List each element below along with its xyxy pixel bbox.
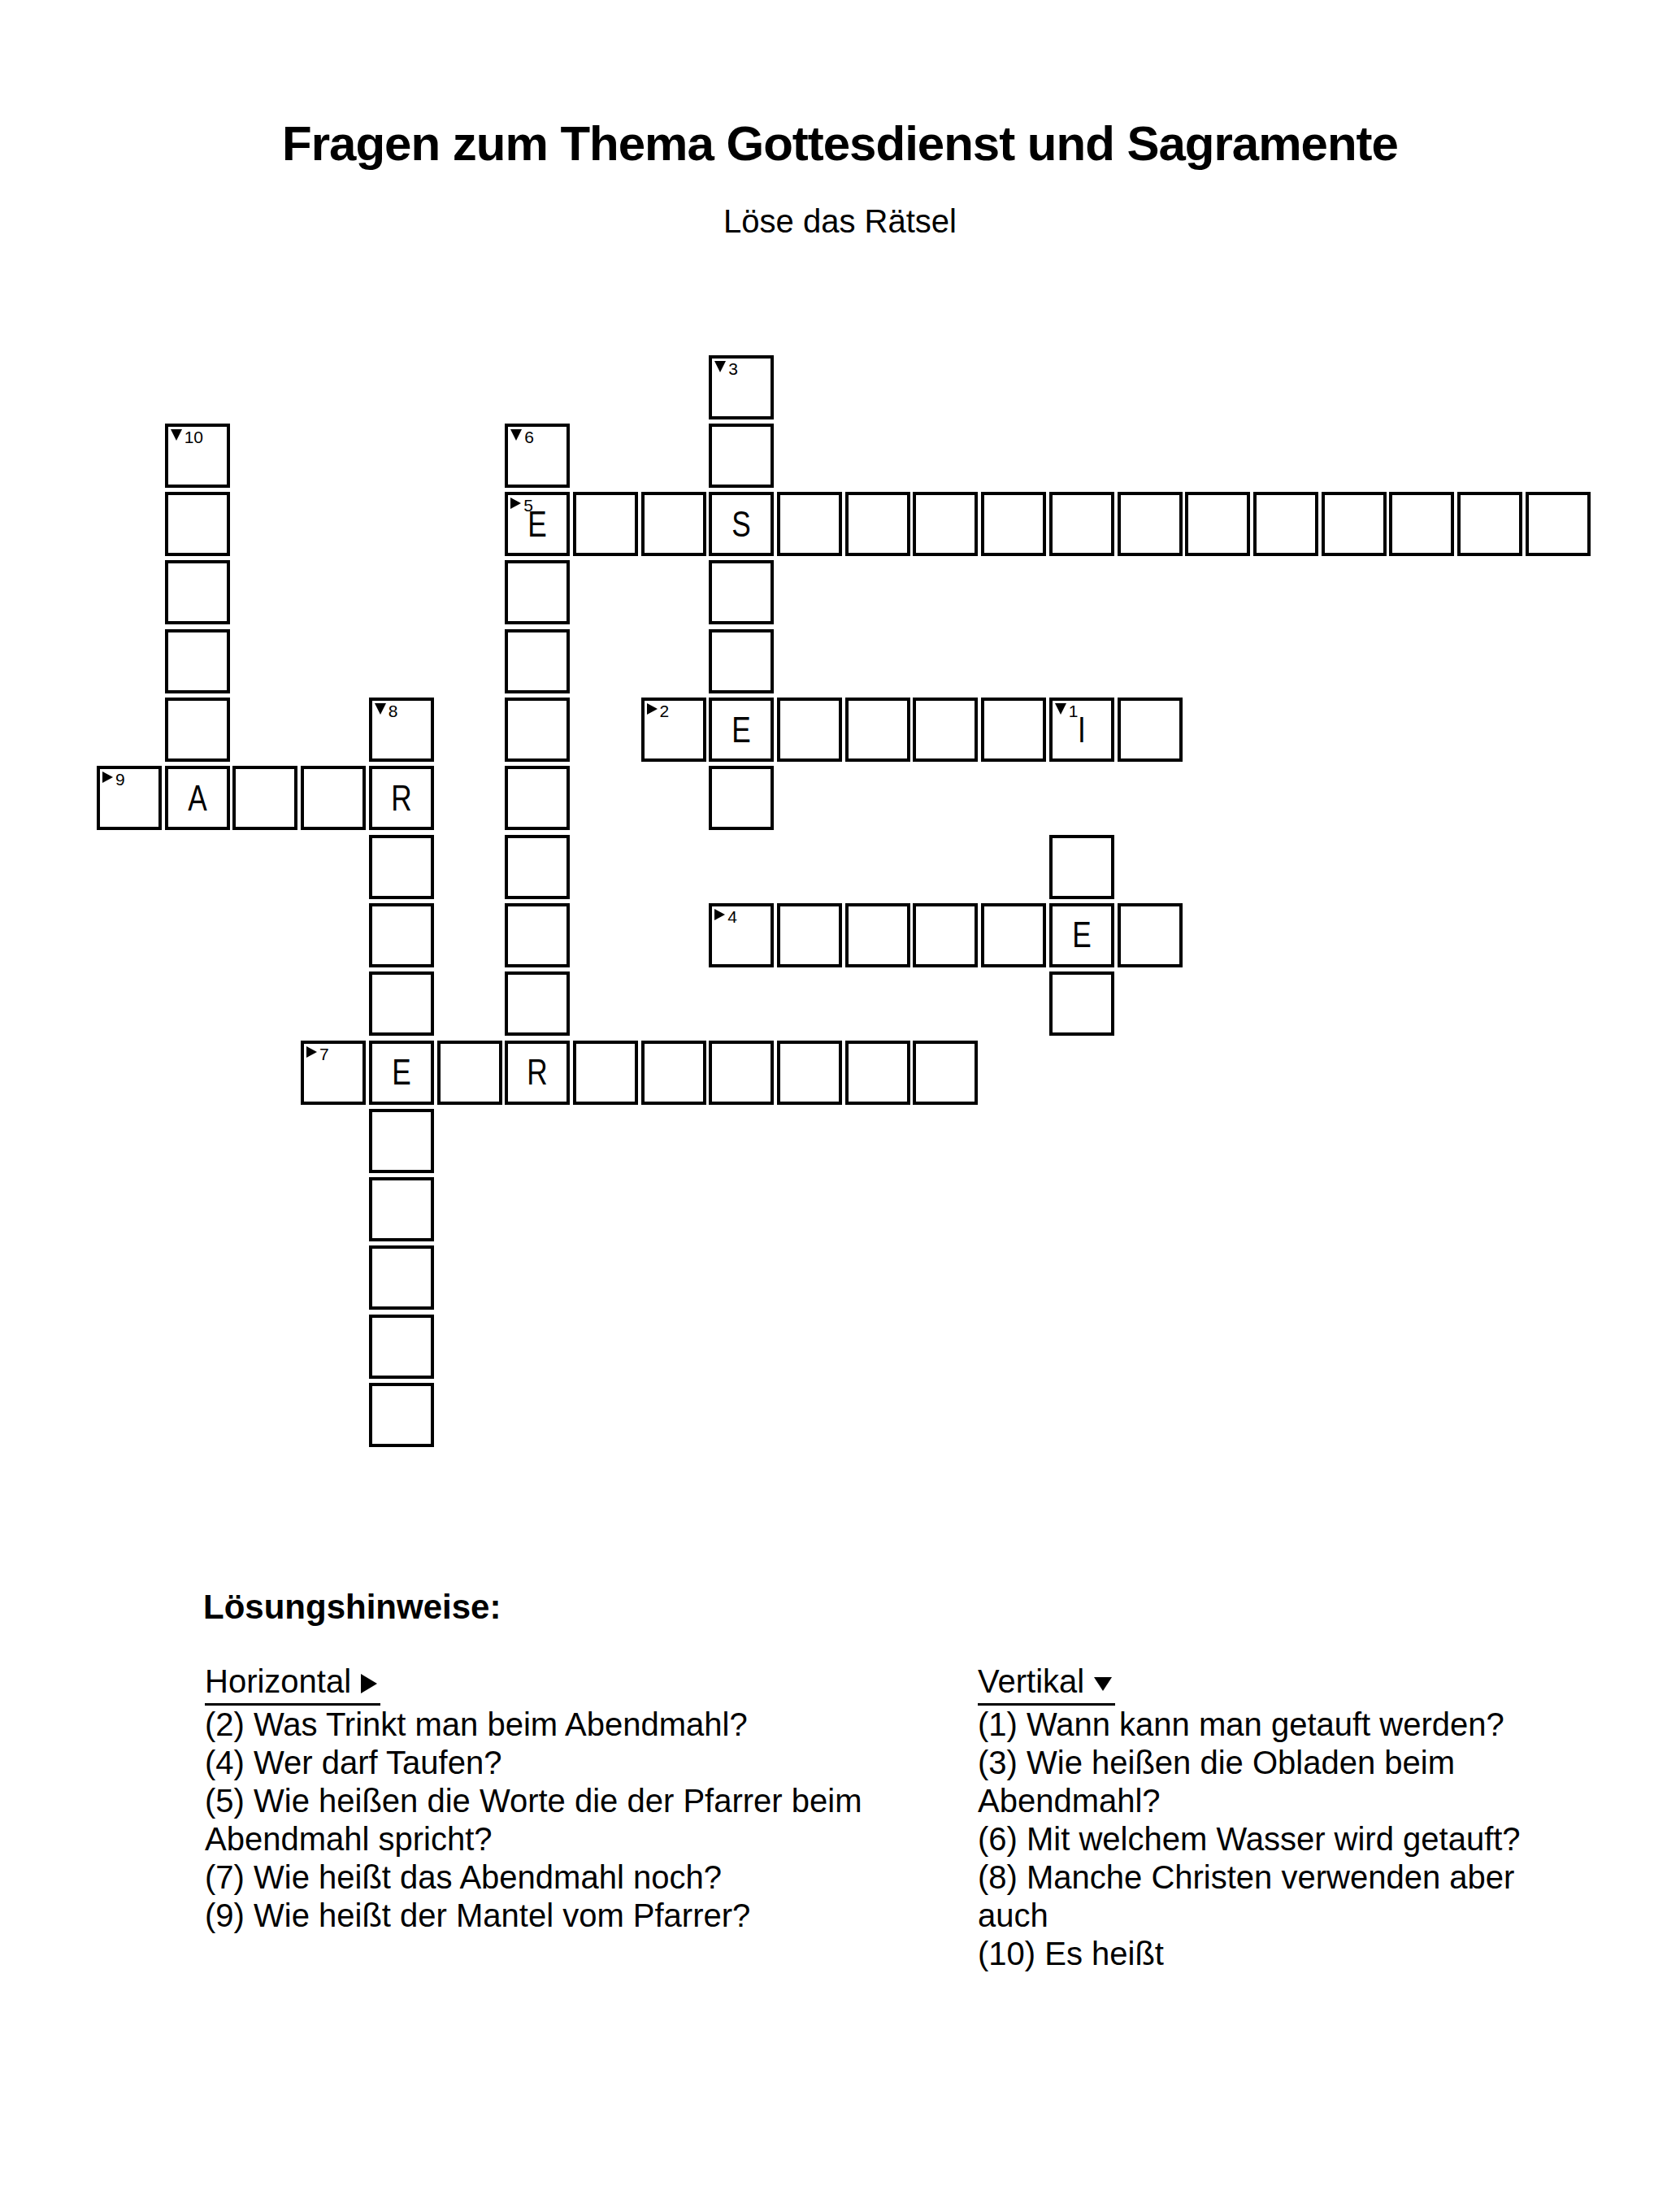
- grid-cell[interactable]: [913, 698, 978, 762]
- clue-line: Abendmahl?: [978, 1782, 1521, 1820]
- grid-cell[interactable]: S: [709, 492, 774, 556]
- grid-cell[interactable]: [1049, 971, 1114, 1036]
- grid-cell[interactable]: [369, 1177, 434, 1241]
- right-arrow-icon: [647, 703, 658, 715]
- clue-line: (1) Wann kann man getauft werden?: [978, 1706, 1521, 1744]
- down-arrow-icon: [714, 361, 726, 372]
- grid-cell[interactable]: [505, 766, 570, 830]
- grid-cell[interactable]: [301, 766, 366, 830]
- clue-number-text: 8: [389, 702, 398, 719]
- cell-letter: R: [378, 769, 425, 827]
- cell-letter: E: [378, 1044, 425, 1102]
- grid-cell[interactable]: [845, 903, 910, 967]
- grid-cell[interactable]: [1049, 835, 1114, 899]
- grid-cell[interactable]: [165, 560, 230, 624]
- grid-cell[interactable]: [165, 698, 230, 762]
- grid-cell[interactable]: 1I: [1049, 698, 1114, 762]
- clue-number-text: 2: [660, 702, 670, 719]
- grid-cell[interactable]: [1389, 492, 1454, 556]
- grid-cell[interactable]: [437, 1041, 502, 1105]
- grid-cell[interactable]: 4: [709, 903, 774, 967]
- grid-cell[interactable]: [369, 835, 434, 899]
- right-arrow-icon: [361, 1674, 377, 1693]
- down-arrow-icon: [375, 703, 386, 715]
- grid-cell[interactable]: [845, 492, 910, 556]
- grid-cell[interactable]: 6: [505, 424, 570, 488]
- right-arrow-icon: [306, 1046, 317, 1058]
- grid-cell[interactable]: E: [709, 698, 774, 762]
- grid-cell[interactable]: [505, 698, 570, 762]
- cell-clue-number: 3: [714, 360, 738, 377]
- grid-cell[interactable]: [369, 903, 434, 967]
- cell-letter: E: [1058, 906, 1105, 964]
- grid-cell[interactable]: [369, 1315, 434, 1379]
- cell-letter: E: [718, 701, 765, 758]
- down-arrow-icon: [171, 429, 182, 441]
- down-heading: Vertikal: [978, 1663, 1115, 1706]
- grid-cell[interactable]: [573, 1041, 638, 1105]
- grid-cell[interactable]: [1457, 492, 1522, 556]
- grid-cell[interactable]: [232, 766, 297, 830]
- clue-number-text: 10: [184, 428, 203, 446]
- grid-cell[interactable]: [777, 1041, 842, 1105]
- grid-cell[interactable]: [165, 629, 230, 693]
- clue-number-text: 3: [728, 360, 738, 377]
- clue-line: auch: [978, 1897, 1521, 1935]
- grid-cell[interactable]: [1118, 698, 1183, 762]
- cell-clue-number: 9: [102, 771, 125, 788]
- grid-cell[interactable]: [505, 971, 570, 1036]
- clue-line: (7) Wie heißt das Abendmahl noch?: [205, 1858, 862, 1897]
- grid-cell[interactable]: [709, 424, 774, 488]
- down-arrow-icon: [510, 429, 522, 441]
- grid-cell[interactable]: [165, 492, 230, 556]
- grid-cell[interactable]: [845, 698, 910, 762]
- grid-cell[interactable]: 9: [97, 766, 162, 830]
- grid-cell[interactable]: [981, 698, 1046, 762]
- cell-letter: R: [514, 1044, 561, 1102]
- across-heading: Horizontal: [205, 1663, 380, 1706]
- grid-cell[interactable]: [573, 492, 638, 556]
- grid-cell[interactable]: [1322, 492, 1387, 556]
- grid-cell[interactable]: [1118, 903, 1183, 967]
- across-heading-label: Horizontal: [205, 1663, 351, 1699]
- clue-number-text: 4: [727, 908, 737, 925]
- down-arrow-icon: [1094, 1677, 1112, 1691]
- grid-cell[interactable]: [1118, 492, 1183, 556]
- grid-cell[interactable]: 2: [641, 698, 706, 762]
- grid-cell[interactable]: [845, 1041, 910, 1105]
- down-heading-label: Vertikal: [978, 1663, 1084, 1699]
- grid-cell[interactable]: [709, 766, 774, 830]
- clue-line: (3) Wie heißen die Obladen beim: [978, 1744, 1521, 1782]
- grid-cell[interactable]: [709, 629, 774, 693]
- grid-cell[interactable]: [505, 629, 570, 693]
- grid-cell[interactable]: R: [369, 766, 434, 830]
- grid-cell[interactable]: 3: [709, 355, 774, 419]
- grid-cell[interactable]: [709, 560, 774, 624]
- grid-cell[interactable]: [641, 492, 706, 556]
- grid-cell[interactable]: 8: [369, 698, 434, 762]
- clue-line: (4) Wer darf Taufen?: [205, 1744, 862, 1782]
- right-arrow-icon: [102, 772, 113, 783]
- grid-cell[interactable]: 10: [165, 424, 230, 488]
- grid-cell[interactable]: [369, 971, 434, 1036]
- grid-cell[interactable]: 7: [301, 1041, 366, 1105]
- grid-cell[interactable]: [981, 903, 1046, 967]
- cell-letter: I: [1058, 701, 1105, 758]
- grid-cell[interactable]: A: [165, 766, 230, 830]
- clue-line: (9) Wie heißt der Mantel vom Pfarrer?: [205, 1897, 862, 1935]
- grid-cell[interactable]: [505, 903, 570, 967]
- clue-line: (10) Es heißt: [978, 1935, 1521, 1973]
- grid-cell[interactable]: [505, 560, 570, 624]
- right-arrow-icon: [714, 909, 725, 920]
- clue-number-text: 7: [319, 1045, 329, 1063]
- cell-clue-number: 4: [714, 908, 737, 925]
- cell-clue-number: 8: [375, 702, 398, 719]
- cell-letter: E: [514, 495, 561, 553]
- hints-heading: Lösungshinweise:: [203, 1589, 501, 1626]
- clue-number-text: 6: [524, 428, 534, 446]
- clue-line: (2) Was Trinkt man beim Abendmahl?: [205, 1706, 862, 1744]
- grid-cell[interactable]: E: [1049, 903, 1114, 967]
- cell-clue-number: 7: [306, 1045, 329, 1063]
- grid-cell[interactable]: [1253, 492, 1318, 556]
- grid-cell[interactable]: [709, 1041, 774, 1105]
- grid-cell[interactable]: [777, 492, 842, 556]
- grid-cell[interactable]: [777, 698, 842, 762]
- grid-cell[interactable]: R: [505, 1041, 570, 1105]
- clue-line: (6) Mit welchem Wasser wird getauft?: [978, 1820, 1521, 1858]
- grid-cell[interactable]: [369, 1245, 434, 1310]
- clue-line: (5) Wie heißen die Worte die der Pfarrer…: [205, 1782, 862, 1820]
- grid-cell[interactable]: [913, 1041, 978, 1105]
- grid-cell[interactable]: [641, 1041, 706, 1105]
- grid-cell[interactable]: [369, 1109, 434, 1173]
- clue-number-text: 9: [115, 771, 125, 788]
- grid-cell[interactable]: [913, 492, 978, 556]
- cell-letter: A: [174, 769, 221, 827]
- grid-cell[interactable]: [1185, 492, 1250, 556]
- across-clues: (2) Was Trinkt man beim Abendmahl?(4) We…: [205, 1706, 862, 1935]
- grid-cell[interactable]: [981, 492, 1046, 556]
- grid-cell[interactable]: [1526, 492, 1591, 556]
- grid-cell[interactable]: E: [369, 1041, 434, 1105]
- grid-cell[interactable]: [1049, 492, 1114, 556]
- clue-line: (8) Manche Christen verwenden aber: [978, 1858, 1521, 1897]
- grid-cell[interactable]: 5E: [505, 492, 570, 556]
- grid-cell[interactable]: [777, 903, 842, 967]
- grid-cell[interactable]: [913, 903, 978, 967]
- grid-cell[interactable]: [369, 1383, 434, 1447]
- grid-cell[interactable]: [505, 835, 570, 899]
- cell-letter: S: [718, 495, 765, 553]
- cell-clue-number: 6: [510, 428, 534, 446]
- clue-line: Abendmahl spricht?: [205, 1820, 862, 1858]
- cell-clue-number: 10: [171, 428, 203, 446]
- down-clues: (1) Wann kann man getauft werden?(3) Wie…: [978, 1706, 1521, 1973]
- cell-clue-number: 2: [647, 702, 670, 719]
